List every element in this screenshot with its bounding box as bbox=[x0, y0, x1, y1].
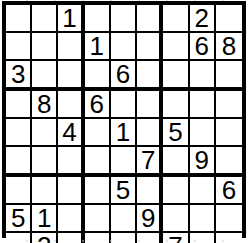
cell-r5c8[interactable] bbox=[190, 119, 216, 147]
cell-r2c5[interactable] bbox=[111, 33, 137, 61]
cell-r8c2[interactable]: 1 bbox=[32, 205, 58, 233]
spreadsheet-gridline-ticks-bottom bbox=[0, 240, 249, 242]
cell-r7c4[interactable] bbox=[85, 177, 111, 205]
sudoku-page: 121683686415795651927 bbox=[0, 0, 249, 243]
cell-r3c1[interactable]: 3 bbox=[6, 61, 32, 91]
cell-r6c6[interactable]: 7 bbox=[137, 147, 163, 177]
cell-r1c9[interactable] bbox=[216, 5, 242, 33]
cell-r3c6[interactable] bbox=[137, 61, 163, 91]
cell-r5c1[interactable] bbox=[6, 119, 32, 147]
cell-r8c9[interactable] bbox=[216, 205, 242, 233]
cell-r7c7[interactable] bbox=[163, 177, 189, 205]
cell-r2c4[interactable]: 1 bbox=[85, 33, 111, 61]
cell-r5c6[interactable] bbox=[137, 119, 163, 147]
cell-r2c9[interactable]: 8 bbox=[216, 33, 242, 61]
cell-r6c1[interactable] bbox=[6, 147, 32, 177]
cell-r8c6[interactable]: 9 bbox=[137, 205, 163, 233]
cell-r2c8[interactable]: 6 bbox=[190, 33, 216, 61]
cell-r8c1[interactable]: 5 bbox=[6, 205, 32, 233]
cell-r8c5[interactable] bbox=[111, 205, 137, 233]
cell-r7c2[interactable] bbox=[32, 177, 58, 205]
cell-r6c8[interactable]: 9 bbox=[190, 147, 216, 177]
cell-r4c1[interactable] bbox=[6, 91, 32, 119]
cell-r4c6[interactable] bbox=[137, 91, 163, 119]
cell-r5c4[interactable] bbox=[85, 119, 111, 147]
cell-r7c5[interactable]: 5 bbox=[111, 177, 137, 205]
cell-r5c7[interactable]: 5 bbox=[163, 119, 189, 147]
cell-r3c3[interactable] bbox=[58, 61, 84, 91]
cell-r3c2[interactable] bbox=[32, 61, 58, 91]
cell-r1c5[interactable] bbox=[111, 5, 137, 33]
cell-r2c7[interactable] bbox=[163, 33, 189, 61]
cell-r8c3[interactable] bbox=[58, 205, 84, 233]
cell-r2c6[interactable] bbox=[137, 33, 163, 61]
cell-r8c8[interactable] bbox=[190, 205, 216, 233]
cell-r5c2[interactable] bbox=[32, 119, 58, 147]
cell-r4c4[interactable]: 6 bbox=[85, 91, 111, 119]
cell-r4c9[interactable] bbox=[216, 91, 242, 119]
cell-r5c5[interactable]: 1 bbox=[111, 119, 137, 147]
cell-r8c4[interactable] bbox=[85, 205, 111, 233]
cell-r4c8[interactable] bbox=[190, 91, 216, 119]
cell-r7c6[interactable] bbox=[137, 177, 163, 205]
cell-r3c5[interactable]: 6 bbox=[111, 61, 137, 91]
cell-r3c7[interactable] bbox=[163, 61, 189, 91]
cell-r6c3[interactable] bbox=[58, 147, 84, 177]
cell-r2c3[interactable] bbox=[58, 33, 84, 61]
cell-r7c3[interactable] bbox=[58, 177, 84, 205]
cell-r3c8[interactable] bbox=[190, 61, 216, 91]
cell-r3c4[interactable] bbox=[85, 61, 111, 91]
cell-r4c7[interactable] bbox=[163, 91, 189, 119]
cell-r1c8[interactable]: 2 bbox=[190, 5, 216, 33]
cell-r1c7[interactable] bbox=[163, 5, 189, 33]
cell-r8c7[interactable] bbox=[163, 205, 189, 233]
cell-r5c3[interactable]: 4 bbox=[58, 119, 84, 147]
cell-r6c2[interactable] bbox=[32, 147, 58, 177]
sudoku-board: 121683686415795651927 bbox=[2, 1, 246, 238]
cell-r7c1[interactable] bbox=[6, 177, 32, 205]
cell-r1c4[interactable] bbox=[85, 5, 111, 33]
cell-r6c7[interactable] bbox=[163, 147, 189, 177]
cell-r7c9[interactable]: 6 bbox=[216, 177, 242, 205]
cell-r1c6[interactable] bbox=[137, 5, 163, 33]
cell-r4c2[interactable]: 8 bbox=[32, 91, 58, 119]
cell-r6c5[interactable] bbox=[111, 147, 137, 177]
cell-r1c1[interactable] bbox=[6, 5, 32, 33]
cell-r1c2[interactable] bbox=[32, 5, 58, 33]
cell-r6c9[interactable] bbox=[216, 147, 242, 177]
cell-r6c4[interactable] bbox=[85, 147, 111, 177]
cell-r5c9[interactable] bbox=[216, 119, 242, 147]
cell-r4c5[interactable] bbox=[111, 91, 137, 119]
cell-r3c9[interactable] bbox=[216, 61, 242, 91]
cell-r1c3[interactable]: 1 bbox=[58, 5, 84, 33]
cell-r2c1[interactable] bbox=[6, 33, 32, 61]
cell-r7c8[interactable] bbox=[190, 177, 216, 205]
cell-r4c3[interactable] bbox=[58, 91, 84, 119]
cell-r2c2[interactable] bbox=[32, 33, 58, 61]
